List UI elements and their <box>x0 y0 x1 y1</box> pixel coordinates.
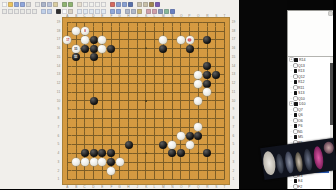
board-cell-N11[interactable] <box>168 88 177 97</box>
board-cell-R19[interactable] <box>203 18 212 27</box>
board-cell-T18[interactable] <box>220 27 229 36</box>
board-cell-N5[interactable] <box>168 140 177 149</box>
board-cell-P14[interactable] <box>185 62 194 71</box>
board-cell-S19[interactable] <box>212 18 221 27</box>
sound-icon[interactable] <box>149 2 154 7</box>
board-cell-O7[interactable] <box>177 123 186 132</box>
board-cell-F7[interactable] <box>107 123 116 132</box>
board-cell-S17[interactable] <box>212 35 221 44</box>
board-cell-C2[interactable] <box>80 167 89 176</box>
board-cell-J13[interactable] <box>133 70 142 79</box>
board-cell-P10[interactable] <box>185 97 194 106</box>
board-cell-A1[interactable] <box>63 175 72 184</box>
board-cell-G7[interactable] <box>115 123 124 132</box>
board-cell-H2[interactable] <box>124 167 133 176</box>
board-cell-D18[interactable] <box>89 27 98 36</box>
save-icon[interactable] <box>14 2 19 7</box>
board-cell-F6[interactable] <box>107 132 116 141</box>
board-cell-P3[interactable] <box>185 158 194 167</box>
board-cell-N7[interactable] <box>168 123 177 132</box>
board-cell-N8[interactable] <box>168 114 177 123</box>
undo-icon[interactable] <box>62 2 67 7</box>
board-cell-Q18[interactable] <box>194 27 203 36</box>
board-cell-P4[interactable] <box>185 149 194 158</box>
board-cell-L17[interactable] <box>150 35 159 44</box>
board-cell-B16[interactable]: 55 <box>72 44 81 53</box>
board-cell-N3[interactable] <box>168 158 177 167</box>
board-cell-S3[interactable] <box>212 158 221 167</box>
board-cell-G10[interactable] <box>115 97 124 106</box>
board-cell-P5[interactable] <box>185 140 194 149</box>
board-cell-F5[interactable] <box>107 140 116 149</box>
board-cell-O14[interactable] <box>177 62 186 71</box>
erase-stone-icon[interactable] <box>68 9 73 14</box>
board-cell-H19[interactable] <box>124 18 133 27</box>
board-cell-H8[interactable] <box>124 114 133 123</box>
board-cell-R3[interactable] <box>203 158 212 167</box>
board-cell-N16[interactable] <box>168 44 177 53</box>
board-cell-M2[interactable] <box>159 167 168 176</box>
board-cell-C7[interactable] <box>80 123 89 132</box>
mirror-icon[interactable] <box>143 2 148 7</box>
board-cell-A10[interactable] <box>63 97 72 106</box>
expand-branch-icon[interactable]: + <box>290 102 293 105</box>
board-cell-B7[interactable] <box>72 123 81 132</box>
board-cell-C15[interactable] <box>80 53 89 62</box>
board-cell-D16[interactable] <box>89 44 98 53</box>
board-cell-K2[interactable] <box>142 167 151 176</box>
board-cell-Q17[interactable] <box>194 35 203 44</box>
label-icon[interactable] <box>95 2 100 7</box>
board-cell-H5[interactable] <box>124 140 133 149</box>
board-cell-A3[interactable] <box>63 158 72 167</box>
board-cell-P13[interactable] <box>185 70 194 79</box>
board-cell-K12[interactable] <box>142 79 151 88</box>
board-cell-G11[interactable] <box>115 88 124 97</box>
board-cell-A7[interactable] <box>63 123 72 132</box>
board-cell-F16[interactable] <box>107 44 116 53</box>
board-cell-R4[interactable] <box>203 149 212 158</box>
board-cell-J6[interactable] <box>133 132 142 141</box>
board-cell-C4[interactable] <box>80 149 89 158</box>
comment-pane[interactable] <box>288 11 333 57</box>
board-cell-N12[interactable] <box>168 79 177 88</box>
board-cell-L10[interactable] <box>150 97 159 106</box>
back-icon[interactable] <box>14 9 19 14</box>
board-cell-B9[interactable] <box>72 105 81 114</box>
board-cell-O11[interactable] <box>177 88 186 97</box>
board-cell-T15[interactable] <box>220 53 229 62</box>
board-cell-P12[interactable] <box>185 79 194 88</box>
board-cell-D4[interactable] <box>89 149 98 158</box>
board-cell-Q12[interactable] <box>194 79 203 88</box>
board-cell-L18[interactable] <box>150 27 159 36</box>
board-cell-S16[interactable] <box>212 44 221 53</box>
board-cell-G4[interactable] <box>115 149 124 158</box>
board-cell-Q14[interactable] <box>194 62 203 71</box>
board-cell-T13[interactable] <box>220 70 229 79</box>
board-cell-L5[interactable] <box>150 140 159 149</box>
board-cell-J8[interactable] <box>133 114 142 123</box>
board-cell-E10[interactable] <box>98 97 107 106</box>
board-cell-T6[interactable] <box>220 132 229 141</box>
board-cell-D7[interactable] <box>89 123 98 132</box>
board-cell-M9[interactable] <box>159 105 168 114</box>
board-cell-F1[interactable] <box>107 175 116 184</box>
board-cell-B19[interactable] <box>72 18 81 27</box>
board-cell-H1[interactable] <box>124 175 133 184</box>
board-cell-G3[interactable] <box>115 158 124 167</box>
board-cell-B18[interactable] <box>72 27 81 36</box>
board-cell-G8[interactable] <box>115 114 124 123</box>
board-cell-S9[interactable] <box>212 105 221 114</box>
board-cell-N14[interactable] <box>168 62 177 71</box>
board-cell-E5[interactable] <box>98 140 107 149</box>
board-cell-R17[interactable] <box>203 35 212 44</box>
find-icon[interactable] <box>122 2 127 7</box>
board-cell-L9[interactable] <box>150 105 159 114</box>
board-cell-F13[interactable] <box>107 70 116 79</box>
board-cell-O4[interactable] <box>177 149 186 158</box>
board-cell-O19[interactable] <box>177 18 186 27</box>
board-cell-S4[interactable] <box>212 149 221 158</box>
board-cell-R15[interactable] <box>203 53 212 62</box>
board-cell-Q13[interactable] <box>194 70 203 79</box>
board-cell-M11[interactable] <box>159 88 168 97</box>
open-folder-icon[interactable] <box>8 2 13 7</box>
board-cell-A11[interactable] <box>63 88 72 97</box>
board-cell-C3[interactable] <box>80 158 89 167</box>
board-cell-E12[interactable] <box>98 79 107 88</box>
board-cell-H10[interactable] <box>124 97 133 106</box>
board-cell-A9[interactable] <box>63 105 72 114</box>
board-cell-M19[interactable] <box>159 18 168 27</box>
board-cell-D13[interactable] <box>89 70 98 79</box>
number-icon[interactable] <box>101 2 106 7</box>
copy-icon[interactable] <box>47 2 52 7</box>
pass-icon[interactable] <box>83 2 88 7</box>
first-move-icon[interactable] <box>2 9 7 14</box>
board-cell-L12[interactable] <box>150 79 159 88</box>
board-cell-E7[interactable] <box>98 123 107 132</box>
board-cell-E16[interactable] <box>98 44 107 53</box>
board-cell-G19[interactable] <box>115 18 124 27</box>
board-cell-Q11[interactable] <box>194 88 203 97</box>
board-cell-J14[interactable] <box>133 62 142 71</box>
board-cell-M1[interactable] <box>159 175 168 184</box>
board-cell-O1[interactable] <box>177 175 186 184</box>
board-cell-Q19[interactable] <box>194 18 203 27</box>
board-cell-L14[interactable] <box>150 62 159 71</box>
board-cell-E3[interactable] <box>98 158 107 167</box>
board-cell-O18[interactable] <box>177 27 186 36</box>
board-cell-D9[interactable] <box>89 105 98 114</box>
new-file-icon[interactable] <box>2 2 7 7</box>
save-all-icon[interactable] <box>20 2 25 7</box>
board-cell-P6[interactable] <box>185 132 194 141</box>
board-cell-G1[interactable] <box>115 175 124 184</box>
board-cell-P18[interactable] <box>185 27 194 36</box>
pen-icon[interactable] <box>155 2 160 7</box>
board-cell-F10[interactable] <box>107 97 116 106</box>
board-cell-B5[interactable] <box>72 140 81 149</box>
board-cell-E14[interactable] <box>98 62 107 71</box>
board-cell-E13[interactable] <box>98 70 107 79</box>
board-cell-R10[interactable] <box>203 97 212 106</box>
board-cell-J11[interactable] <box>133 88 142 97</box>
board-cell-K18[interactable] <box>142 27 151 36</box>
board-cell-G16[interactable] <box>115 44 124 53</box>
board-cell-K14[interactable] <box>142 62 151 71</box>
board-cell-A18[interactable] <box>63 27 72 36</box>
board-cell-K3[interactable] <box>142 158 151 167</box>
board-cell-G18[interactable] <box>115 27 124 36</box>
board-cell-S18[interactable] <box>212 27 221 36</box>
board-cell-N4[interactable] <box>168 149 177 158</box>
board-cell-H7[interactable] <box>124 123 133 132</box>
board-cell-G15[interactable] <box>115 53 124 62</box>
board-cell-C10[interactable] <box>80 97 89 106</box>
board-cell-R9[interactable] <box>203 105 212 114</box>
board-cell-G13[interactable] <box>115 70 124 79</box>
board-cell-D8[interactable] <box>89 114 98 123</box>
board-cell-T4[interactable] <box>220 149 229 158</box>
board-cell-F11[interactable] <box>107 88 116 97</box>
board-cell-Q16[interactable] <box>194 44 203 53</box>
score-icon[interactable] <box>164 9 169 14</box>
board-cell-T19[interactable] <box>220 18 229 27</box>
board-cell-C19[interactable] <box>80 18 89 27</box>
board-cell-K4[interactable] <box>142 149 151 158</box>
info-icon[interactable] <box>116 2 121 7</box>
board-cell-O6[interactable] <box>177 132 186 141</box>
board-cell-A8[interactable] <box>63 114 72 123</box>
board-cell-N13[interactable] <box>168 70 177 79</box>
black-stone-icon[interactable] <box>56 9 61 14</box>
board-cell-P8[interactable] <box>185 114 194 123</box>
board-cell-K11[interactable] <box>142 88 151 97</box>
board-cell-R16[interactable] <box>203 44 212 53</box>
board-cell-D3[interactable] <box>89 158 98 167</box>
go-board[interactable]: 8175551 <box>63 18 229 184</box>
cross-icon[interactable] <box>95 9 100 14</box>
board-cell-B12[interactable] <box>72 79 81 88</box>
board-cell-L2[interactable] <box>150 167 159 176</box>
board-cell-D19[interactable] <box>89 18 98 27</box>
board-cell-C11[interactable] <box>80 88 89 97</box>
board-cell-J12[interactable] <box>133 79 142 88</box>
board-cell-K17[interactable] <box>142 35 151 44</box>
board-cell-S10[interactable] <box>212 97 221 106</box>
board-cell-C12[interactable] <box>80 79 89 88</box>
board-cell-K16[interactable] <box>142 44 151 53</box>
board-cell-R13[interactable] <box>203 70 212 79</box>
board-cell-L11[interactable] <box>150 88 159 97</box>
board-cell-M10[interactable] <box>159 97 168 106</box>
board-cell-P11[interactable] <box>185 88 194 97</box>
board-cell-A16[interactable] <box>63 44 72 53</box>
board-cell-Q6[interactable] <box>194 132 203 141</box>
board-cell-P2[interactable] <box>185 167 194 176</box>
board-cell-B14[interactable] <box>72 62 81 71</box>
board-cell-R18[interactable] <box>203 27 212 36</box>
board-cell-F15[interactable] <box>107 53 116 62</box>
board-cell-L4[interactable] <box>150 149 159 158</box>
board-cell-S14[interactable] <box>212 62 221 71</box>
scroll-up-icon[interactable] <box>329 12 332 15</box>
board-cell-R1[interactable] <box>203 175 212 184</box>
board-cell-E19[interactable] <box>98 18 107 27</box>
board-cell-J5[interactable] <box>133 140 142 149</box>
board-cell-N18[interactable] <box>168 27 177 36</box>
board-cell-A6[interactable] <box>63 132 72 141</box>
fast-back-icon[interactable] <box>8 9 13 14</box>
board-cell-D5[interactable] <box>89 140 98 149</box>
board-cell-A14[interactable] <box>63 62 72 71</box>
board-cell-F17[interactable] <box>107 35 116 44</box>
board-cell-Q15[interactable] <box>194 53 203 62</box>
board-cell-E4[interactable] <box>98 149 107 158</box>
board-cell-M3[interactable] <box>159 158 168 167</box>
board-cell-T1[interactable] <box>220 175 229 184</box>
board-cell-K8[interactable] <box>142 114 151 123</box>
board-cell-E9[interactable] <box>98 105 107 114</box>
board-cell-C17[interactable] <box>80 35 89 44</box>
board-cell-A19[interactable] <box>63 18 72 27</box>
board-cell-D6[interactable] <box>89 132 98 141</box>
board-cell-L8[interactable] <box>150 114 159 123</box>
board-cell-J18[interactable] <box>133 27 142 36</box>
board-cell-P17[interactable] <box>185 35 194 44</box>
board-cell-J17[interactable] <box>133 35 142 44</box>
board-cell-M8[interactable] <box>159 114 168 123</box>
board-cell-M5[interactable] <box>159 140 168 149</box>
board-cell-R5[interactable] <box>203 140 212 149</box>
board-cell-B10[interactable] <box>72 97 81 106</box>
board-cell-C14[interactable] <box>80 62 89 71</box>
board-cell-F19[interactable] <box>107 18 116 27</box>
board-cell-C9[interactable] <box>80 105 89 114</box>
board-cell-H17[interactable] <box>124 35 133 44</box>
board-cell-G14[interactable] <box>115 62 124 71</box>
board-cell-C8[interactable] <box>80 114 89 123</box>
board-cell-K19[interactable] <box>142 18 151 27</box>
board-cell-O12[interactable] <box>177 79 186 88</box>
board-cell-H16[interactable] <box>124 44 133 53</box>
board-cell-D15[interactable] <box>89 53 98 62</box>
board-cell-E11[interactable] <box>98 88 107 97</box>
board-cell-T8[interactable] <box>220 114 229 123</box>
fast-forward-icon[interactable] <box>26 9 31 14</box>
board-cell-H15[interactable] <box>124 53 133 62</box>
board-cell-J15[interactable] <box>133 53 142 62</box>
board-cell-N2[interactable] <box>168 167 177 176</box>
board-cell-J9[interactable] <box>133 105 142 114</box>
board-cell-M7[interactable] <box>159 123 168 132</box>
board-cell-L6[interactable] <box>150 132 159 141</box>
board-cell-B11[interactable] <box>72 88 81 97</box>
board-cell-S8[interactable] <box>212 114 221 123</box>
board-cell-C13[interactable] <box>80 70 89 79</box>
board-cell-Q5[interactable] <box>194 140 203 149</box>
board-cell-R14[interactable] <box>203 62 212 71</box>
board-cell-M12[interactable] <box>159 79 168 88</box>
board-cell-N15[interactable] <box>168 53 177 62</box>
board-cell-G12[interactable] <box>115 79 124 88</box>
board-cell-F3[interactable] <box>107 158 116 167</box>
board-cell-M16[interactable] <box>159 44 168 53</box>
mark-icon[interactable] <box>89 2 94 7</box>
board-cell-K6[interactable] <box>142 132 151 141</box>
board-cell-T3[interactable] <box>220 158 229 167</box>
move-tree-row-F2[interactable]: ··F2 <box>289 184 329 190</box>
board-cell-H3[interactable] <box>124 158 133 167</box>
board-cell-Q2[interactable] <box>194 167 203 176</box>
board-cell-L7[interactable] <box>150 123 159 132</box>
board-cell-H12[interactable] <box>124 79 133 88</box>
board-cell-S1[interactable] <box>212 175 221 184</box>
board-cell-H14[interactable] <box>124 62 133 71</box>
board-cell-S7[interactable] <box>212 123 221 132</box>
board-cell-M17[interactable] <box>159 35 168 44</box>
board-cell-Q9[interactable] <box>194 105 203 114</box>
board-cell-M18[interactable] <box>159 27 168 36</box>
board-cell-P9[interactable] <box>185 105 194 114</box>
board-cell-Q10[interactable] <box>194 97 203 106</box>
options-icon[interactable] <box>128 2 133 7</box>
board-cell-C1[interactable] <box>80 175 89 184</box>
board-cell-C5[interactable] <box>80 140 89 149</box>
board-cell-L15[interactable] <box>150 53 159 62</box>
board-cell-N10[interactable] <box>168 97 177 106</box>
board-cell-A15[interactable] <box>63 53 72 62</box>
board-cell-K15[interactable] <box>142 53 151 62</box>
board-cell-F9[interactable] <box>107 105 116 114</box>
board-cell-T7[interactable] <box>220 123 229 132</box>
board-cell-J2[interactable] <box>133 167 142 176</box>
board-cell-M15[interactable] <box>159 53 168 62</box>
prev-branch-icon[interactable] <box>41 9 46 14</box>
board-cell-F8[interactable] <box>107 114 116 123</box>
triangle-icon[interactable] <box>77 9 82 14</box>
board-cell-E6[interactable] <box>98 132 107 141</box>
board-cell-A5[interactable] <box>63 140 72 149</box>
board-cell-E18[interactable] <box>98 27 107 36</box>
board-cell-H18[interactable] <box>124 27 133 36</box>
board-cell-A2[interactable] <box>63 167 72 176</box>
board-cell-O2[interactable] <box>177 167 186 176</box>
board-cell-B3[interactable] <box>72 158 81 167</box>
board-cell-Q8[interactable] <box>194 114 203 123</box>
next-branch-icon[interactable] <box>47 9 52 14</box>
board-cell-B15[interactable]: 51 <box>72 53 81 62</box>
board-cell-K7[interactable] <box>142 123 151 132</box>
board-cell-J1[interactable] <box>133 175 142 184</box>
board-cell-O8[interactable] <box>177 114 186 123</box>
board-cell-G6[interactable] <box>115 132 124 141</box>
cut-icon[interactable] <box>41 2 46 7</box>
board-cell-N9[interactable] <box>168 105 177 114</box>
board-cell-P7[interactable] <box>185 123 194 132</box>
print-icon[interactable] <box>26 2 31 7</box>
expand-branch-icon[interactable]: + <box>290 58 293 61</box>
board-cell-B4[interactable] <box>72 149 81 158</box>
board-cell-J16[interactable] <box>133 44 142 53</box>
redo-icon[interactable] <box>68 2 73 7</box>
board-cell-P16[interactable] <box>185 44 194 53</box>
board-cell-D11[interactable] <box>89 88 98 97</box>
board-cell-F2[interactable] <box>107 167 116 176</box>
